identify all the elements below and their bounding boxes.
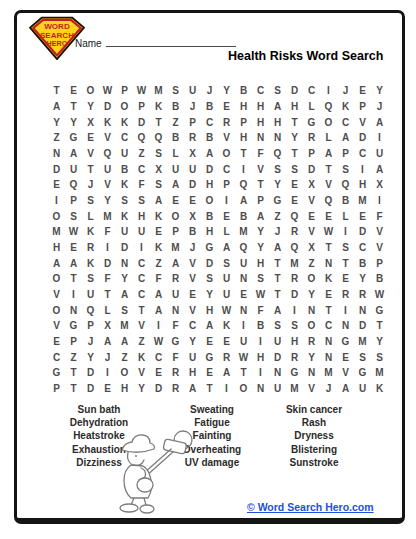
grid-letter[interactable]: E — [48, 177, 65, 193]
grid-letter[interactable]: C — [303, 83, 320, 99]
grid-letter[interactable]: Y — [82, 99, 99, 115]
grid-letter[interactable]: Y — [48, 114, 65, 130]
grid-letter[interactable]: G — [286, 365, 303, 381]
grid-letter[interactable]: C — [133, 287, 150, 303]
grid-letter[interactable]: F — [167, 318, 184, 334]
grid-letter[interactable]: P — [354, 99, 371, 115]
grid-letter[interactable]: R — [354, 287, 371, 303]
grid-letter[interactable]: A — [48, 99, 65, 115]
grid-letter[interactable]: Q — [286, 208, 303, 224]
grid-letter[interactable]: V — [184, 302, 201, 318]
grid-letter[interactable]: A — [167, 255, 184, 271]
grid-letter[interactable]: S — [65, 208, 82, 224]
grid-letter[interactable]: L — [82, 208, 99, 224]
grid-letter[interactable]: W — [133, 83, 150, 99]
grid-letter[interactable]: A — [150, 302, 167, 318]
grid-letter[interactable]: M — [99, 208, 116, 224]
grid-letter[interactable]: D — [269, 349, 286, 365]
grid-letter[interactable]: N — [65, 302, 82, 318]
grid-letter[interactable]: E — [201, 365, 218, 381]
grid-letter[interactable]: H — [235, 99, 252, 115]
grid-letter[interactable]: Y — [201, 287, 218, 303]
grid-letter[interactable]: N — [48, 146, 65, 162]
grid-letter[interactable]: U — [184, 83, 201, 99]
grid-letter[interactable]: J — [184, 240, 201, 256]
credit-link[interactable]: © Word Search Hero.com — [247, 501, 374, 513]
grid-letter[interactable]: F — [371, 208, 388, 224]
grid-letter[interactable]: N — [320, 255, 337, 271]
grid-letter[interactable]: F — [167, 349, 184, 365]
grid-letter[interactable]: W — [252, 287, 269, 303]
grid-letter[interactable]: E — [167, 193, 184, 209]
grid-letter[interactable]: T — [235, 365, 252, 381]
grid-letter[interactable]: D — [99, 255, 116, 271]
grid-letter[interactable]: C — [48, 349, 65, 365]
grid-letter[interactable]: H — [184, 365, 201, 381]
grid-letter[interactable]: K — [116, 208, 133, 224]
grid-letter[interactable]: J — [201, 83, 218, 99]
grid-letter[interactable]: R — [303, 130, 320, 146]
grid-letter[interactable]: O — [48, 271, 65, 287]
grid-letter[interactable]: T — [48, 83, 65, 99]
grid-letter[interactable]: G — [371, 302, 388, 318]
grid-letter[interactable]: S — [82, 271, 99, 287]
grid-letter[interactable]: L — [320, 130, 337, 146]
grid-letter[interactable]: S — [269, 318, 286, 334]
grid-letter[interactable]: D — [303, 161, 320, 177]
grid-letter[interactable]: V — [99, 130, 116, 146]
grid-letter[interactable]: O — [48, 208, 65, 224]
grid-letter[interactable]: X — [371, 177, 388, 193]
grid-letter[interactable]: C — [133, 271, 150, 287]
grid-letter[interactable]: R — [286, 349, 303, 365]
grid-letter[interactable]: T — [286, 146, 303, 162]
grid-letter[interactable]: E — [218, 334, 235, 350]
grid-letter[interactable]: V — [99, 177, 116, 193]
grid-letter[interactable]: P — [235, 114, 252, 130]
grid-letter[interactable]: H — [286, 334, 303, 350]
grid-letter[interactable]: Y — [133, 381, 150, 397]
grid-letter[interactable]: U — [218, 287, 235, 303]
grid-letter[interactable]: C — [150, 349, 167, 365]
grid-letter[interactable]: I — [354, 161, 371, 177]
grid-letter[interactable]: N — [337, 318, 354, 334]
grid-letter[interactable]: D — [82, 365, 99, 381]
grid-letter[interactable]: U — [99, 161, 116, 177]
grid-letter[interactable]: U — [167, 287, 184, 303]
grid-letter[interactable]: G — [201, 240, 218, 256]
grid-letter[interactable]: J — [269, 224, 286, 240]
grid-letter[interactable]: E — [65, 240, 82, 256]
grid-letter[interactable]: V — [184, 271, 201, 287]
grid-letter[interactable]: V — [320, 177, 337, 193]
grid-letter[interactable]: E — [320, 208, 337, 224]
grid-letter[interactable]: Q — [99, 146, 116, 162]
grid-letter[interactable]: P — [116, 83, 133, 99]
grid-letter[interactable]: S — [286, 318, 303, 334]
grid-letter[interactable]: A — [320, 146, 337, 162]
grid-letter[interactable]: W — [235, 349, 252, 365]
grid-letter[interactable]: D — [184, 177, 201, 193]
grid-letter[interactable]: N — [303, 302, 320, 318]
grid-letter[interactable]: I — [235, 318, 252, 334]
grid-letter[interactable]: E — [337, 349, 354, 365]
grid-letter[interactable]: D — [201, 161, 218, 177]
grid-letter[interactable]: H — [201, 224, 218, 240]
grid-letter[interactable]: Y — [99, 193, 116, 209]
grid-letter[interactable]: U — [65, 161, 82, 177]
grid-letter[interactable]: Z — [133, 146, 150, 162]
grid-letter[interactable]: T — [337, 255, 354, 271]
grid-letter[interactable]: S — [337, 161, 354, 177]
grid-letter[interactable]: F — [252, 146, 269, 162]
grid-letter[interactable]: M — [286, 381, 303, 397]
grid-letter[interactable]: F — [252, 302, 269, 318]
grid-letter[interactable]: C — [354, 240, 371, 256]
grid-letter[interactable]: D — [354, 224, 371, 240]
grid-letter[interactable]: T — [269, 271, 286, 287]
grid-letter[interactable]: E — [218, 208, 235, 224]
grid-letter[interactable]: Y — [116, 271, 133, 287]
grid-letter[interactable]: N — [167, 302, 184, 318]
grid-letter[interactable]: N — [235, 302, 252, 318]
grid-letter[interactable]: E — [286, 193, 303, 209]
grid-letter[interactable]: V — [252, 161, 269, 177]
grid-letter[interactable]: R — [167, 381, 184, 397]
grid-letter[interactable]: C — [133, 255, 150, 271]
grid-letter[interactable]: N — [252, 130, 269, 146]
grid-letter[interactable]: B — [116, 161, 133, 177]
grid-letter[interactable]: O — [82, 83, 99, 99]
grid-letter[interactable]: V — [133, 318, 150, 334]
grid-letter[interactable]: N — [235, 271, 252, 287]
grid-letter[interactable]: C — [133, 161, 150, 177]
grid-letter[interactable]: Q — [320, 193, 337, 209]
grid-letter[interactable]: P — [65, 334, 82, 350]
grid-letter[interactable]: J — [99, 349, 116, 365]
grid-letter[interactable]: V — [48, 318, 65, 334]
grid-letter[interactable]: W — [320, 224, 337, 240]
grid-letter[interactable]: I — [218, 193, 235, 209]
grid-letter[interactable]: F — [99, 271, 116, 287]
grid-letter[interactable]: U — [235, 334, 252, 350]
grid-letter[interactable]: S — [82, 193, 99, 209]
grid-letter[interactable]: A — [167, 177, 184, 193]
grid-letter[interactable]: Y — [354, 271, 371, 287]
grid-letter[interactable]: G — [201, 349, 218, 365]
grid-letter[interactable]: H — [252, 114, 269, 130]
grid-letter[interactable]: U — [235, 255, 252, 271]
grid-letter[interactable]: P — [218, 177, 235, 193]
grid-letter[interactable]: O — [320, 114, 337, 130]
grid-letter[interactable]: H — [252, 349, 269, 365]
grid-letter[interactable]: I — [235, 161, 252, 177]
grid-letter[interactable]: Z — [167, 114, 184, 130]
grid-letter[interactable]: V — [218, 130, 235, 146]
grid-letter[interactable]: Q — [150, 130, 167, 146]
grid-letter[interactable]: H — [354, 177, 371, 193]
grid-letter[interactable]: Z — [133, 334, 150, 350]
grid-letter[interactable]: I — [337, 302, 354, 318]
grid-letter[interactable]: X — [99, 318, 116, 334]
grid-letter[interactable]: Q — [82, 302, 99, 318]
grid-letter[interactable]: H — [201, 302, 218, 318]
grid-letter[interactable]: W — [150, 334, 167, 350]
grid-letter[interactable]: K — [150, 99, 167, 115]
grid-letter[interactable]: Z — [303, 255, 320, 271]
grid-letter[interactable]: Z — [116, 349, 133, 365]
grid-letter[interactable]: Q — [320, 99, 337, 115]
grid-letter[interactable]: Y — [286, 130, 303, 146]
grid-letter[interactable]: V — [303, 224, 320, 240]
grid-letter[interactable]: W — [99, 83, 116, 99]
grid-letter[interactable]: M — [167, 240, 184, 256]
grid-letter[interactable]: E — [286, 177, 303, 193]
grid-letter[interactable]: T — [320, 240, 337, 256]
grid-letter[interactable]: R — [286, 271, 303, 287]
grid-letter[interactable]: G — [167, 334, 184, 350]
grid-letter[interactable]: L — [218, 224, 235, 240]
grid-letter[interactable]: U — [184, 349, 201, 365]
grid-letter[interactable]: D — [99, 99, 116, 115]
grid-letter[interactable]: A — [252, 208, 269, 224]
grid-letter[interactable]: L — [337, 208, 354, 224]
grid-letter[interactable]: T — [150, 114, 167, 130]
grid-letter[interactable]: A — [371, 114, 388, 130]
grid-letter[interactable]: M — [371, 365, 388, 381]
grid-letter[interactable]: N — [269, 130, 286, 146]
grid-letter[interactable]: S — [218, 255, 235, 271]
grid-letter[interactable]: O — [48, 302, 65, 318]
grid-letter[interactable]: T — [320, 161, 337, 177]
grid-letter[interactable]: P — [82, 318, 99, 334]
grid-letter[interactable]: T — [65, 381, 82, 397]
grid-letter[interactable]: A — [65, 255, 82, 271]
grid-letter[interactable]: C — [201, 114, 218, 130]
grid-letter[interactable]: V — [48, 287, 65, 303]
grid-letter[interactable]: D — [150, 381, 167, 397]
grid-letter[interactable]: E — [201, 334, 218, 350]
grid-letter[interactable]: V — [354, 114, 371, 130]
grid-letter[interactable]: H — [48, 240, 65, 256]
grid-letter[interactable]: U — [269, 334, 286, 350]
grid-letter[interactable]: E — [150, 365, 167, 381]
grid-letter[interactable]: D — [48, 161, 65, 177]
grid-letter[interactable]: T — [235, 146, 252, 162]
grid-letter[interactable]: J — [371, 99, 388, 115]
grid-letter[interactable]: Y — [252, 224, 269, 240]
grid-letter[interactable]: D — [354, 318, 371, 334]
grid-letter[interactable]: O — [303, 271, 320, 287]
grid-letter[interactable]: W — [371, 287, 388, 303]
grid-letter[interactable]: I — [65, 287, 82, 303]
grid-letter[interactable]: B — [235, 83, 252, 99]
grid-letter[interactable]: R — [303, 334, 320, 350]
grid-letter[interactable]: M — [235, 224, 252, 240]
grid-letter[interactable]: S — [167, 83, 184, 99]
grid-letter[interactable]: R — [184, 130, 201, 146]
grid-letter[interactable]: J — [320, 381, 337, 397]
grid-letter[interactable]: Q — [65, 177, 82, 193]
grid-letter[interactable]: K — [320, 271, 337, 287]
grid-letter[interactable]: I — [252, 365, 269, 381]
grid-letter[interactable]: O — [235, 381, 252, 397]
grid-letter[interactable]: O — [116, 365, 133, 381]
grid-letter[interactable]: N — [320, 349, 337, 365]
grid-letter[interactable]: I — [286, 302, 303, 318]
grid-letter[interactable]: H — [133, 208, 150, 224]
grid-letter[interactable]: A — [269, 240, 286, 256]
grid-letter[interactable]: P — [337, 146, 354, 162]
grid-letter[interactable]: M — [320, 365, 337, 381]
grid-letter[interactable]: S — [150, 146, 167, 162]
grid-letter[interactable]: H — [116, 381, 133, 397]
grid-letter[interactable]: T — [82, 161, 99, 177]
grid-letter[interactable]: T — [269, 255, 286, 271]
grid-letter[interactable]: H — [286, 99, 303, 115]
grid-letter[interactable]: Q — [286, 240, 303, 256]
grid-letter[interactable]: U — [269, 381, 286, 397]
grid-letter[interactable]: P — [303, 146, 320, 162]
grid-letter[interactable]: A — [116, 287, 133, 303]
grid-letter[interactable]: M — [286, 255, 303, 271]
grid-letter[interactable]: C — [354, 146, 371, 162]
grid-letter[interactable]: E — [48, 334, 65, 350]
grid-letter[interactable]: F — [99, 224, 116, 240]
grid-letter[interactable]: E — [235, 287, 252, 303]
grid-letter[interactable]: B — [201, 208, 218, 224]
grid-letter[interactable]: O — [116, 99, 133, 115]
grid-letter[interactable]: G — [269, 193, 286, 209]
grid-letter[interactable]: B — [235, 208, 252, 224]
grid-letter[interactable]: Q — [133, 130, 150, 146]
grid-letter[interactable]: D — [82, 381, 99, 397]
grid-letter[interactable]: P — [167, 224, 184, 240]
grid-letter[interactable]: S — [116, 302, 133, 318]
grid-letter[interactable]: P — [252, 193, 269, 209]
grid-letter[interactable]: R — [82, 240, 99, 256]
grid-letter[interactable]: H — [269, 114, 286, 130]
grid-letter[interactable]: S — [116, 193, 133, 209]
grid-letter[interactable]: G — [303, 114, 320, 130]
grid-letter[interactable]: W — [65, 224, 82, 240]
grid-letter[interactable]: D — [286, 83, 303, 99]
grid-letter[interactable]: C — [252, 83, 269, 99]
grid-letter[interactable]: R — [286, 224, 303, 240]
grid-letter[interactable]: N — [269, 365, 286, 381]
grid-letter[interactable]: U — [82, 287, 99, 303]
grid-letter[interactable]: Y — [65, 114, 82, 130]
grid-letter[interactable]: T — [371, 318, 388, 334]
grid-letter[interactable]: I — [99, 240, 116, 256]
grid-letter[interactable]: U — [116, 224, 133, 240]
grid-letter[interactable]: A — [150, 193, 167, 209]
grid-letter[interactable]: S — [354, 349, 371, 365]
grid-letter[interactable]: N — [320, 334, 337, 350]
grid-letter[interactable]: A — [150, 287, 167, 303]
grid-letter[interactable]: X — [303, 240, 320, 256]
grid-letter[interactable]: A — [371, 161, 388, 177]
grid-letter[interactable]: G — [48, 365, 65, 381]
grid-letter[interactable]: E — [218, 99, 235, 115]
grid-letter[interactable]: Y — [218, 83, 235, 99]
grid-letter[interactable]: B — [337, 193, 354, 209]
grid-letter[interactable]: S — [286, 161, 303, 177]
grid-letter[interactable]: B — [371, 271, 388, 287]
grid-letter[interactable]: U — [371, 146, 388, 162]
grid-letter[interactable]: V — [303, 193, 320, 209]
grid-letter[interactable]: V — [82, 146, 99, 162]
grid-letter[interactable]: T — [65, 365, 82, 381]
grid-letter[interactable]: A — [337, 381, 354, 397]
grid-letter[interactable]: I — [371, 193, 388, 209]
grid-letter[interactable]: U — [184, 161, 201, 177]
grid-letter[interactable]: O — [167, 208, 184, 224]
grid-letter[interactable]: G — [337, 334, 354, 350]
grid-letter[interactable]: Z — [65, 349, 82, 365]
grid-letter[interactable]: I — [371, 130, 388, 146]
grid-letter[interactable]: T — [201, 381, 218, 397]
grid-letter[interactable]: A — [235, 193, 252, 209]
grid-letter[interactable]: C — [337, 114, 354, 130]
grid-letter[interactable]: E — [184, 193, 201, 209]
grid-letter[interactable]: I — [337, 224, 354, 240]
grid-letter[interactable]: J — [184, 99, 201, 115]
grid-letter[interactable]: S — [133, 193, 150, 209]
grid-letter[interactable]: X — [184, 146, 201, 162]
grid-letter[interactable]: A — [218, 365, 235, 381]
grid-letter[interactable]: A — [269, 99, 286, 115]
grid-letter[interactable]: E — [320, 287, 337, 303]
grid-letter[interactable]: K — [150, 208, 167, 224]
grid-letter[interactable]: U — [354, 381, 371, 397]
grid-letter[interactable]: B — [201, 99, 218, 115]
grid-letter[interactable]: O — [218, 146, 235, 162]
grid-letter[interactable]: B — [167, 130, 184, 146]
grid-letter[interactable]: Z — [150, 255, 167, 271]
grid-letter[interactable]: K — [371, 381, 388, 397]
grid-letter[interactable]: R — [218, 349, 235, 365]
grid-letter[interactable]: V — [337, 365, 354, 381]
grid-letter[interactable]: Q — [235, 177, 252, 193]
grid-letter[interactable]: L — [167, 146, 184, 162]
grid-letter[interactable]: F — [150, 271, 167, 287]
grid-letter[interactable]: V — [371, 240, 388, 256]
grid-letter[interactable]: H — [252, 255, 269, 271]
grid-letter[interactable]: X — [82, 114, 99, 130]
grid-letter[interactable]: T — [65, 99, 82, 115]
grid-letter[interactable]: R — [167, 365, 184, 381]
grid-letter[interactable]: M — [116, 318, 133, 334]
grid-letter[interactable]: K — [82, 255, 99, 271]
grid-letter[interactable]: E — [99, 381, 116, 397]
grid-letter[interactable]: K — [99, 114, 116, 130]
grid-letter[interactable]: L — [303, 99, 320, 115]
grid-letter[interactable]: J — [337, 83, 354, 99]
grid-letter[interactable]: U — [218, 271, 235, 287]
grid-letter[interactable]: Y — [303, 349, 320, 365]
grid-letter[interactable]: D — [201, 255, 218, 271]
grid-letter[interactable]: Y — [303, 287, 320, 303]
grid-letter[interactable]: E — [150, 224, 167, 240]
grid-letter[interactable]: I — [320, 83, 337, 99]
grid-letter[interactable]: K — [82, 224, 99, 240]
grid-letter[interactable]: E — [303, 208, 320, 224]
grid-letter[interactable]: R — [218, 114, 235, 130]
grid-letter[interactable]: K — [116, 114, 133, 130]
grid-letter[interactable]: A — [201, 146, 218, 162]
grid-letter[interactable]: I — [218, 381, 235, 397]
